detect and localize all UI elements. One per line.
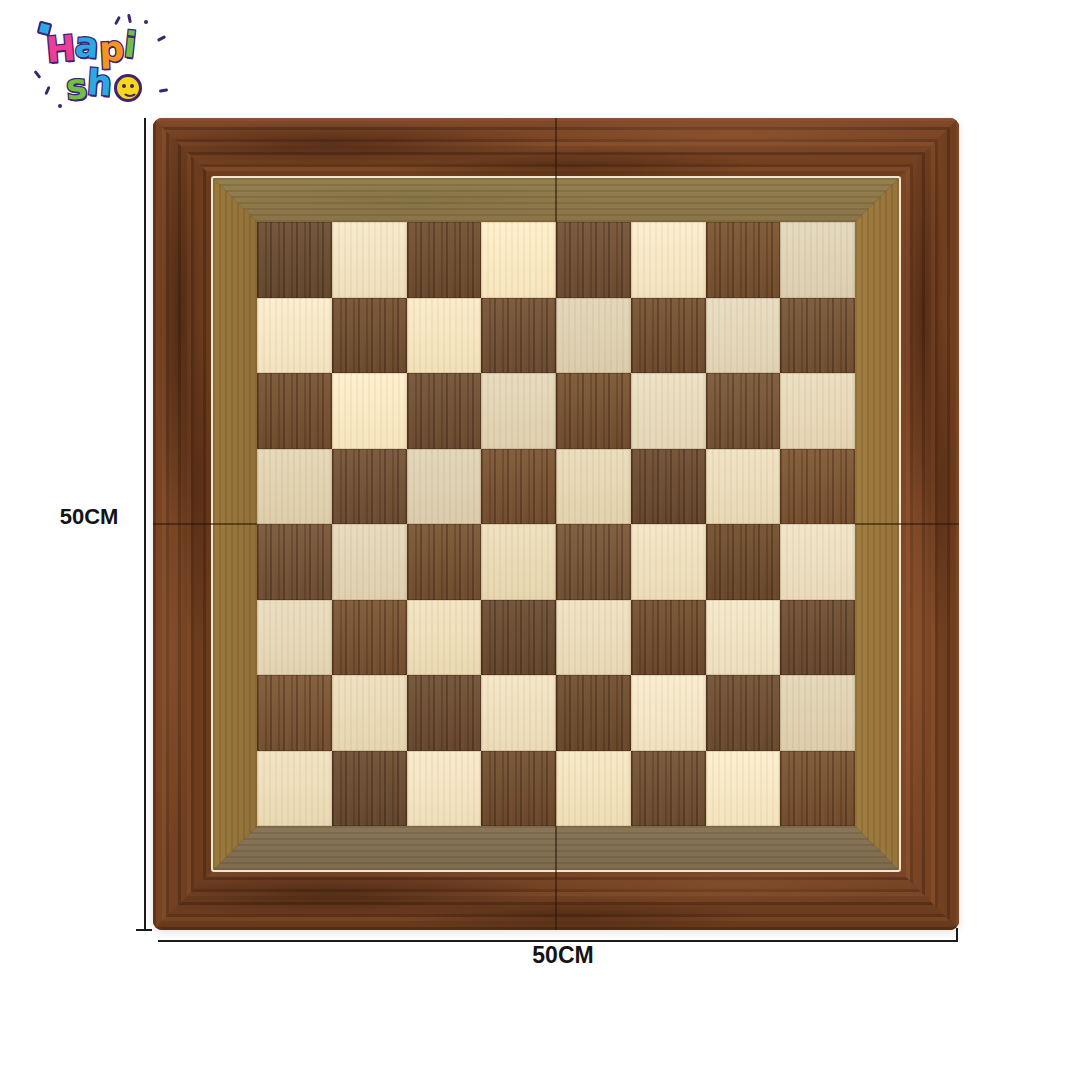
logo-letter: i — [122, 27, 138, 63]
sparkle-dash — [34, 70, 42, 79]
chess-board — [153, 118, 959, 930]
fold-seam-top — [555, 118, 557, 222]
frame-joint-right — [855, 523, 959, 525]
frame-joint-left — [153, 523, 257, 525]
width-label: 50CM — [503, 942, 623, 969]
logo-word-hapi: Hapi — [46, 30, 136, 65]
height-label: 50CM — [38, 504, 140, 530]
sparkle-dash — [157, 35, 166, 42]
smiley-face-icon — [114, 74, 142, 102]
sparkle-dash — [127, 14, 132, 23]
fold-seam-middle — [555, 222, 557, 826]
sparkle-dot — [58, 104, 62, 108]
smiley-mouth — [122, 83, 138, 97]
logo-letter: a — [74, 27, 100, 64]
sparkle-dash — [159, 88, 168, 93]
sparkle-dash — [114, 16, 121, 25]
logo-letter: H — [45, 31, 77, 68]
product-photo: Hapi sh 50CM — [0, 0, 1080, 1080]
logo-letters-sh: sh — [66, 68, 112, 103]
height-dimension-line — [144, 118, 146, 930]
logo-letter: h — [86, 65, 113, 102]
width-dimension-tick — [956, 928, 958, 942]
sparkle-dot — [144, 20, 148, 24]
logo-word-sho: sh — [66, 68, 142, 103]
fold-seam-bottom — [555, 826, 557, 930]
height-dimension-tick — [136, 929, 152, 931]
sparkle-dash — [44, 86, 50, 95]
hapisho-logo: Hapi sh — [44, 24, 166, 122]
